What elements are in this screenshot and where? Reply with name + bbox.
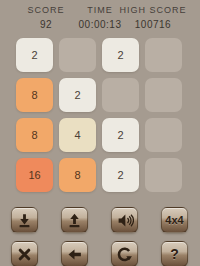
- tile-8: 8: [59, 158, 96, 192]
- tile-empty: [145, 118, 182, 152]
- board-grid[interactable]: 22828421682: [16, 38, 182, 192]
- tile-empty: [102, 78, 139, 112]
- tile-2: 2: [102, 38, 139, 72]
- board-size-button[interactable]: 4x4: [161, 207, 188, 233]
- tile-empty: [145, 38, 182, 72]
- tile-2: 2: [102, 158, 139, 192]
- help-button[interactable]: ?: [161, 241, 188, 266]
- tile-16: 16: [16, 158, 53, 192]
- upload-tray-icon: [66, 212, 83, 229]
- tile-2: 2: [59, 78, 96, 112]
- time-label: TIME: [79, 5, 122, 15]
- left-arrow-icon: [66, 246, 83, 263]
- help-label: ?: [170, 246, 179, 262]
- load-button[interactable]: [61, 207, 88, 233]
- quit-button[interactable]: [11, 241, 38, 266]
- tile-8: 8: [16, 78, 53, 112]
- high-score-value: 100716: [119, 19, 186, 30]
- high-score-label: HIGH SCORE: [119, 5, 186, 15]
- save-button[interactable]: [11, 207, 38, 233]
- x-icon: [16, 246, 33, 263]
- tile-empty: [59, 38, 96, 72]
- time-value: 00:00:13: [79, 19, 122, 30]
- download-tray-icon: [16, 212, 33, 229]
- board-size-label: 4x4: [165, 214, 183, 226]
- tile-8: 8: [16, 118, 53, 152]
- tile-2: 2: [16, 38, 53, 72]
- tile-4: 4: [59, 118, 96, 152]
- restart-button[interactable]: [111, 241, 138, 266]
- high-score-panel: HIGH SCORE 100716: [119, 5, 186, 30]
- undo-button[interactable]: [61, 241, 88, 266]
- tile-empty: [145, 78, 182, 112]
- tile-2: 2: [102, 118, 139, 152]
- time-panel: TIME 00:00:13: [79, 5, 122, 30]
- score-label: SCORE: [27, 5, 64, 15]
- refresh-icon: [116, 246, 133, 263]
- tile-empty: [145, 158, 182, 192]
- sound-button[interactable]: [111, 207, 138, 233]
- score-panel: SCORE 92: [27, 5, 64, 30]
- score-value: 92: [27, 19, 64, 30]
- game-screen: SCORE 92 TIME 00:00:13 HIGH SCORE 100716…: [0, 0, 200, 266]
- speaker-icon: [116, 212, 134, 229]
